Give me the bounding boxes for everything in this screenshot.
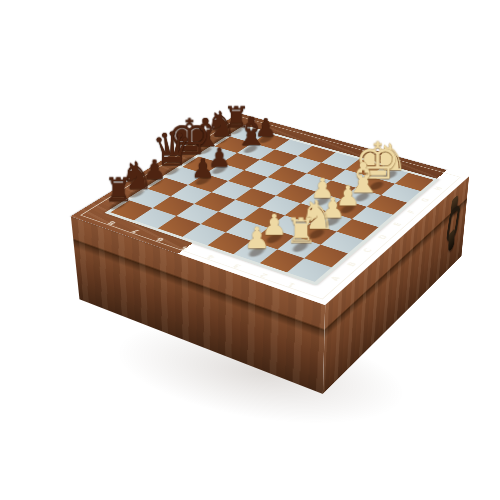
black-rook-glyph: ♜ [85, 175, 153, 206]
metal-clasp-icon [443, 189, 463, 264]
white-pawn-glyph: ♟ [221, 224, 293, 252]
product-photo-scene: 12345678ABCDEFGH ♜♞♟♝♝♚♛♟♟♟♞♞♜♚♟♝♟♟♟♞♟♜ [0, 0, 500, 500]
